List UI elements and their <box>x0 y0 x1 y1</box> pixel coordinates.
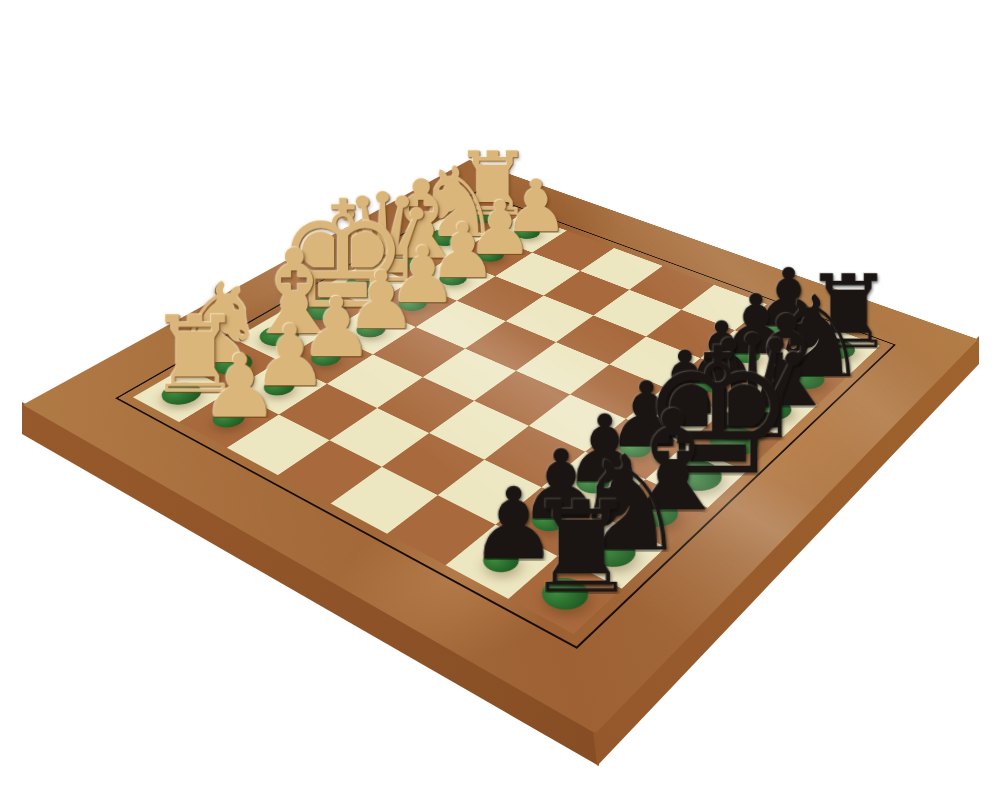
board-3d-wrapper: ♜♞♝♛♚♝♞♜♟♟♟♟♟♟♟♟♟♟♟♟♟♟♟♟♜♞♝♛♚♝♞♜ <box>176 31 856 711</box>
white-pawn-glyph: ♟ <box>201 342 257 430</box>
piece-white-pawn[interactable]: ♟ <box>201 331 257 419</box>
black-rook-glyph: ♜ <box>524 484 605 611</box>
chess-photo-scene: ♜♞♝♛♚♝♞♜♟♟♟♟♟♟♟♟♟♟♟♟♟♟♟♟♜♞♝♛♚♝♞♜ <box>0 0 1000 800</box>
piece-black-rook[interactable]: ♜ <box>524 467 605 594</box>
chess-board[interactable]: ♜♞♝♛♚♝♞♜♟♟♟♟♟♟♟♟♟♟♟♟♟♟♟♟♜♞♝♛♚♝♞♜ <box>23 160 978 734</box>
